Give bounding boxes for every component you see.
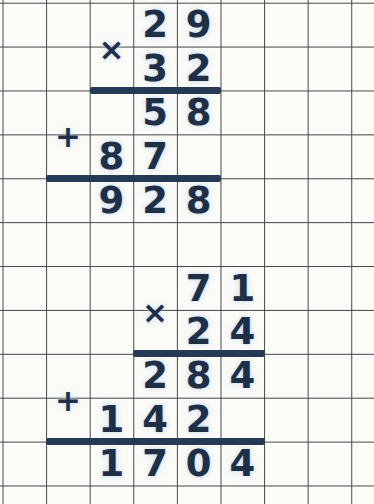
- plus-operator: +: [46, 378, 90, 422]
- digit-cell: 2: [177, 398, 221, 442]
- digit-cell: 8: [177, 178, 221, 222]
- plus-operator: +: [46, 114, 90, 158]
- sum-rule: [133, 350, 265, 357]
- digit-cell: 4: [221, 310, 265, 354]
- digit-cell: 2: [133, 3, 177, 47]
- digit-cell: 7: [177, 266, 221, 310]
- digit-cell: 7: [133, 442, 177, 486]
- multiply-operator: ×: [133, 290, 177, 334]
- worksheet-grid-paper: 2932588792871242841421704×+×+: [0, 0, 374, 504]
- digit-cell: 2: [133, 178, 177, 222]
- sum-rule: [46, 438, 265, 445]
- digit-cell: 4: [133, 398, 177, 442]
- digit-cell: 8: [90, 134, 134, 178]
- digit-cell: 1: [90, 442, 134, 486]
- digit-cell: 1: [221, 266, 265, 310]
- digit-cell: 0: [177, 442, 221, 486]
- digit-cell: 1: [90, 398, 134, 442]
- sum-rule: [90, 87, 222, 94]
- digit-cell: 4: [221, 442, 265, 486]
- digit-cell: 2: [177, 310, 221, 354]
- digit-cell: 8: [177, 91, 221, 135]
- digit-cell: 4: [221, 354, 265, 398]
- digit-cell: 9: [177, 3, 221, 47]
- digit-cell: 5: [133, 91, 177, 135]
- digit-cell: 3: [133, 47, 177, 91]
- multiply-operator: ×: [90, 27, 134, 71]
- sum-rule: [46, 175, 221, 182]
- digit-cell: 7: [133, 134, 177, 178]
- digit-cell: 2: [133, 354, 177, 398]
- digit-cell: 9: [90, 178, 134, 222]
- digit-cell: 2: [177, 47, 221, 91]
- digit-cell: 8: [177, 354, 221, 398]
